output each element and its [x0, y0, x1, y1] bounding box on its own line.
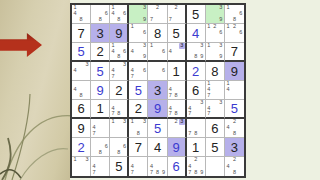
pencil-marks: 39	[206, 5, 224, 23]
cell-r9c3[interactable]: 5	[110, 157, 129, 176]
pencil-marks: 467	[129, 62, 147, 80]
sudoku-grid: 1486814683927275391687391685412612652146…	[70, 3, 246, 178]
pencil-mark-empty	[179, 93, 185, 99]
cell-r6c3[interactable]: 478	[110, 100, 129, 119]
entry-digit: 5	[225, 100, 244, 117]
pencil-mark-empty	[122, 131, 128, 137]
cell-r3c7[interactable]: 389	[187, 43, 206, 62]
cell-r6c5[interactable]: 9	[148, 100, 167, 119]
pencil-mark-empty	[179, 131, 185, 137]
given-digit: 7	[225, 43, 244, 60]
cell-r8c3[interactable]: 68	[110, 138, 129, 157]
given-digit: 5	[187, 5, 205, 23]
cell-r5c7[interactable]: 6	[187, 81, 206, 100]
pencil-mark-empty	[238, 36, 244, 42]
grass-decoration	[0, 60, 80, 180]
cell-r1c3[interactable]: 1468	[110, 5, 129, 24]
entry-digit: 9	[168, 138, 185, 156]
cell-r8c1[interactable]: 2	[72, 138, 91, 157]
cell-r9c7[interactable]: 24789	[187, 157, 206, 176]
cell-r4c6[interactable]: 1	[168, 62, 187, 81]
pencil-mark: 9	[199, 170, 205, 176]
cell-r5c1[interactable]: 48	[72, 81, 91, 100]
pencil-mark-empty	[103, 150, 109, 156]
pencil-marks: 248	[225, 157, 244, 176]
cell-r6c7[interactable]: 347	[187, 100, 206, 119]
pencil-marks: 23	[168, 119, 185, 137]
pencil-marks: 16	[148, 43, 166, 60]
pencil-marks: 148	[72, 5, 90, 23]
cell-r2c2[interactable]: 3	[91, 24, 110, 43]
given-digit: 8	[148, 24, 166, 42]
pencil-marks: 6	[148, 62, 166, 80]
pencil-mark-empty	[238, 131, 244, 137]
cell-r3c4[interactable]: 349	[129, 43, 148, 62]
cell-r7c5[interactable]: 5	[148, 119, 167, 138]
cell-r2c1[interactable]: 7	[72, 24, 91, 43]
cell-r4c7[interactable]: 2	[187, 62, 206, 81]
pencil-mark-empty	[122, 111, 128, 117]
cell-r4c8[interactable]: 8	[206, 62, 225, 81]
cell-r6c8[interactable]: 347	[206, 100, 225, 119]
pencil-mark-empty	[161, 17, 167, 23]
pencil-marks: 48	[72, 81, 90, 99]
cell-r3c2[interactable]: 2	[91, 43, 110, 62]
cell-r9c5[interactable]: 4789	[148, 157, 167, 176]
pencil-marks: 68	[91, 5, 109, 23]
cell-r5c5[interactable]: 3	[148, 81, 167, 100]
given-digit: 2	[110, 81, 127, 99]
given-digit: 7	[72, 24, 90, 42]
pencil-mark-empty	[122, 150, 128, 156]
entry-digit: 9	[148, 100, 166, 117]
cell-r4c9[interactable]: 9	[225, 62, 244, 81]
pencil-marks: 478	[168, 100, 185, 117]
given-digit: 2	[129, 100, 147, 117]
cell-r1c5[interactable]: 27	[148, 5, 167, 24]
pencil-mark-empty	[218, 111, 224, 117]
entry-digit: 2	[72, 138, 90, 156]
left-background-panel	[0, 0, 70, 180]
given-digit: 5	[206, 138, 224, 156]
cell-r5c3[interactable]: 2	[110, 81, 129, 100]
given-digit: 4	[148, 138, 166, 156]
cell-r8c6[interactable]: 9	[168, 138, 187, 157]
pencil-mark-empty	[84, 74, 90, 80]
pencil-mark-empty	[122, 17, 128, 23]
pencil-marks: 13	[110, 119, 127, 137]
pencil-mark-empty	[199, 111, 205, 117]
pencil-mark: 9	[141, 17, 147, 23]
pencil-marks: 4789	[148, 157, 166, 176]
pencil-mark-empty	[141, 131, 147, 137]
pencil-marks: 68	[110, 138, 127, 156]
pencil-marks: 27	[168, 5, 185, 23]
entry-digit: 6	[168, 157, 185, 176]
given-digit: 9	[110, 24, 127, 42]
given-digit: 1	[91, 100, 109, 117]
pencil-mark-empty	[161, 74, 167, 80]
entry-digit: 9	[91, 81, 109, 99]
pencil-marks: 39	[129, 5, 147, 23]
pencil-mark: 9	[218, 54, 224, 60]
cell-r1c2[interactable]: 68	[91, 5, 110, 24]
cell-r7c9[interactable]: 248	[225, 119, 244, 138]
cell-r7c6[interactable]: 23	[168, 119, 187, 138]
given-digit: 3	[91, 24, 109, 42]
cell-r8c7[interactable]: 1	[187, 138, 206, 157]
cell-r1c6[interactable]: 27	[168, 5, 187, 24]
given-digit: 5	[110, 157, 127, 176]
pencil-marks: 139	[206, 43, 224, 60]
cell-r1c4[interactable]: 39	[129, 5, 148, 24]
cell-r4c3[interactable]: 347	[110, 62, 129, 81]
pencil-mark-empty	[161, 54, 167, 60]
pencil-marks: 13	[72, 157, 90, 176]
pencil-marks: 34	[168, 43, 185, 60]
given-digit: 1	[187, 138, 205, 156]
cell-r8c2[interactable]: 68	[91, 138, 110, 157]
given-digit: 5	[168, 24, 185, 42]
cell-r9c4[interactable]: 47	[129, 157, 148, 176]
pencil-marks: 47	[91, 157, 109, 176]
given-digit: 1	[168, 62, 185, 80]
cell-r6c2[interactable]: 1	[91, 100, 110, 119]
cell-r9c2[interactable]: 47	[91, 157, 110, 176]
cell-r7c1[interactable]: 9	[72, 119, 91, 138]
cell-r7c7[interactable]: 78	[187, 119, 206, 138]
cell-r3c3[interactable]: 1468	[110, 43, 129, 62]
pencil-marks: 349	[129, 43, 147, 60]
pencil-mark: 9	[199, 54, 205, 60]
cell-r9c1[interactable]: 13	[72, 157, 91, 176]
red-arrow-decoration	[0, 33, 42, 57]
cell-r1c9[interactable]: 168	[225, 5, 244, 24]
pencil-marks: 478	[110, 100, 127, 117]
cell-r6c9[interactable]: 5	[225, 100, 244, 119]
pencil-marks: 248	[225, 119, 244, 137]
cell-r3c5[interactable]: 16	[148, 43, 167, 62]
pencil-marks: 47	[129, 157, 147, 176]
cell-r6c4[interactable]: 2	[129, 100, 148, 119]
pencil-mark-empty	[103, 170, 109, 176]
cell-r2c5[interactable]: 8	[148, 24, 167, 43]
cell-r3c9[interactable]: 7	[225, 43, 244, 62]
cell-r6c6[interactable]: 478	[168, 100, 187, 119]
pencil-mark-empty	[141, 74, 147, 80]
cell-r7c2[interactable]: 47	[91, 119, 110, 138]
pencil-mark-empty	[238, 93, 244, 99]
pencil-marks: 47	[91, 119, 109, 137]
cell-r3c8[interactable]: 139	[206, 43, 225, 62]
pencil-marks: 147	[206, 81, 224, 99]
pencil-mark-empty	[84, 93, 90, 99]
pencil-marks: 389	[187, 43, 205, 60]
given-digit: 7	[129, 138, 147, 156]
cell-r8c4[interactable]: 7	[129, 138, 148, 157]
cell-r2c7[interactable]: 4	[187, 24, 206, 43]
pencil-marks: 34	[72, 62, 90, 80]
pencil-mark-empty	[238, 17, 244, 23]
given-digit: 8	[206, 62, 224, 80]
pencil-mark-empty	[141, 170, 147, 176]
cell-r2c3[interactable]: 9	[110, 24, 129, 43]
entry-digit: 2	[187, 62, 205, 80]
given-digit: 6	[206, 119, 224, 137]
pencil-marks: 168	[225, 5, 244, 23]
cell-r7c8[interactable]: 6	[206, 119, 225, 138]
cell-r3c1[interactable]: 5	[72, 43, 91, 62]
cell-r2c9[interactable]: 126	[225, 24, 244, 43]
cell-r7c3[interactable]: 13	[110, 119, 129, 138]
given-digit: 6	[72, 100, 90, 117]
pencil-mark-empty	[122, 74, 128, 80]
cell-r8c8[interactable]: 5	[206, 138, 225, 157]
cell-r9c9[interactable]: 248	[225, 157, 244, 176]
pencil-marks: 27	[148, 5, 166, 23]
pencil-marks: 347	[110, 62, 127, 80]
pencil-mark-empty	[179, 17, 185, 23]
cell-r1c8[interactable]: 39	[206, 5, 225, 24]
entry-digit: 4	[187, 24, 205, 42]
pencil-mark-empty	[84, 17, 90, 23]
cell-r4c2[interactable]: 5	[91, 62, 110, 81]
cell-r7c4[interactable]: 138	[129, 119, 148, 138]
pencil-mark-empty	[238, 170, 244, 176]
pencil-mark: 9	[218, 17, 224, 23]
pencil-marks: 126	[225, 24, 244, 42]
cell-r2c8[interactable]: 126	[206, 24, 225, 43]
cell-r2c6[interactable]: 5	[168, 24, 187, 43]
pencil-mark-empty	[103, 131, 109, 137]
cell-r9c8[interactable]	[206, 157, 225, 176]
pencil-mark: 9	[141, 54, 147, 60]
pencil-mark: 9	[161, 170, 167, 176]
pencil-marks: 14	[225, 81, 244, 99]
cell-r5c4[interactable]: 5	[129, 81, 148, 100]
cell-r4c4[interactable]: 467	[129, 62, 148, 81]
pencil-marks: 16	[129, 24, 147, 42]
given-digit: 9	[72, 119, 90, 137]
cell-r8c5[interactable]: 4	[148, 138, 167, 157]
pencil-mark-empty	[122, 54, 128, 60]
cell-r4c5[interactable]: 6	[148, 62, 167, 81]
pencil-marks: 24789	[187, 157, 205, 176]
cell-r2c4[interactable]: 16	[129, 24, 148, 43]
pencil-marks: 478	[168, 81, 185, 99]
cell-r5c9[interactable]: 14	[225, 81, 244, 100]
pencil-mark-empty	[179, 54, 185, 60]
given-digit: 6	[187, 81, 205, 99]
cell-r6c1[interactable]: 6	[72, 100, 91, 119]
entry-digit: 5	[129, 81, 147, 99]
pencil-marks: 138	[129, 119, 147, 137]
given-digit: 3	[148, 81, 166, 99]
given-digit: 2	[91, 43, 109, 60]
given-digit: 3	[225, 138, 244, 156]
pencil-mark-empty	[103, 17, 109, 23]
cell-r5c6[interactable]: 478	[168, 81, 187, 100]
cell-r1c7[interactable]: 5	[187, 5, 206, 24]
entry-digit: 5	[148, 119, 166, 137]
pencil-marks: 68	[91, 138, 109, 156]
cell-r5c8[interactable]: 147	[206, 81, 225, 100]
pencil-marks: 1468	[110, 5, 127, 23]
entry-digit: 5	[91, 62, 109, 80]
pencil-marks: 347	[206, 100, 224, 117]
pencil-marks	[206, 157, 224, 176]
pencil-mark-empty	[199, 131, 205, 137]
pencil-marks: 347	[187, 100, 205, 117]
cell-r8c9[interactable]: 3	[225, 138, 244, 157]
pencil-marks: 1468	[110, 43, 127, 60]
cell-r5c2[interactable]: 9	[91, 81, 110, 100]
cell-r3c6[interactable]: 34	[168, 43, 187, 62]
cell-r1c1[interactable]: 148	[72, 5, 91, 24]
pencil-marks: 78	[187, 119, 205, 137]
pencil-mark-empty	[179, 111, 185, 117]
pencil-mark-empty	[218, 170, 224, 176]
cell-r4c1[interactable]: 34	[72, 62, 91, 81]
entry-digit: 5	[72, 43, 90, 60]
given-digit: 9	[225, 62, 244, 80]
cell-r9c6[interactable]: 6	[168, 157, 187, 176]
pencil-mark-empty	[84, 170, 90, 176]
pencil-marks: 126	[206, 24, 224, 42]
